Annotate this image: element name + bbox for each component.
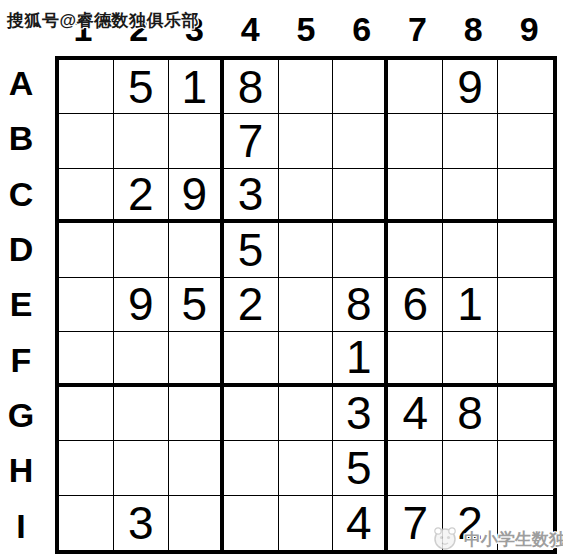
- cell-H8[interactable]: [443, 441, 498, 495]
- cell-H1[interactable]: [59, 441, 114, 495]
- cell-B3[interactable]: [169, 114, 224, 168]
- cell-B2[interactable]: [114, 114, 169, 168]
- row-label-C: C: [0, 167, 42, 222]
- cell-B5[interactable]: [279, 114, 334, 168]
- cell-I6[interactable]: 4: [333, 496, 388, 550]
- cell-A4[interactable]: 8: [224, 60, 279, 114]
- row-label-A: A: [0, 56, 42, 111]
- cell-H9[interactable]: [498, 441, 553, 495]
- cell-F9[interactable]: [498, 332, 553, 386]
- cell-A5[interactable]: [279, 60, 334, 114]
- cell-C4[interactable]: 3: [224, 169, 279, 223]
- cell-A6[interactable]: [333, 60, 388, 114]
- cell-H4[interactable]: [224, 441, 279, 495]
- cell-H6[interactable]: 5: [333, 441, 388, 495]
- cell-E5[interactable]: [279, 278, 334, 332]
- cell-C5[interactable]: [279, 169, 334, 223]
- cell-C6[interactable]: [333, 169, 388, 223]
- cell-E6[interactable]: 8: [333, 278, 388, 332]
- cell-C1[interactable]: [59, 169, 114, 223]
- cell-G8[interactable]: 8: [443, 387, 498, 441]
- cell-B8[interactable]: [443, 114, 498, 168]
- cell-B1[interactable]: [59, 114, 114, 168]
- cell-E4[interactable]: 2: [224, 278, 279, 332]
- cell-E3[interactable]: 5: [169, 278, 224, 332]
- cell-A9[interactable]: [498, 60, 553, 114]
- cell-B4[interactable]: 7: [224, 114, 279, 168]
- cell-D3[interactable]: [169, 223, 224, 277]
- cell-D4[interactable]: 5: [224, 223, 279, 277]
- cell-D6[interactable]: [333, 223, 388, 277]
- cell-F1[interactable]: [59, 332, 114, 386]
- watermark-bottom: 中小学生数独: [464, 528, 563, 551]
- row-label-D: D: [0, 222, 42, 277]
- cell-D9[interactable]: [498, 223, 553, 277]
- cell-F6[interactable]: 1: [333, 332, 388, 386]
- column-header-5: 5: [278, 0, 334, 53]
- cell-A2[interactable]: 5: [114, 60, 169, 114]
- cell-F2[interactable]: [114, 332, 169, 386]
- cell-H5[interactable]: [279, 441, 334, 495]
- cell-I1[interactable]: [59, 496, 114, 550]
- row-labels: ABCDEFGHI: [0, 56, 42, 554]
- cell-I4[interactable]: [224, 496, 279, 550]
- row-label-F: F: [0, 333, 42, 388]
- cell-D2[interactable]: [114, 223, 169, 277]
- row-label-B: B: [0, 111, 42, 166]
- cell-F7[interactable]: [388, 332, 443, 386]
- cell-G9[interactable]: [498, 387, 553, 441]
- cell-G2[interactable]: [114, 387, 169, 441]
- cell-A3[interactable]: 1: [169, 60, 224, 114]
- cell-D5[interactable]: [279, 223, 334, 277]
- watermark-top: 搜狐号@睿德数独俱乐部: [7, 9, 199, 32]
- row-label-E: E: [0, 277, 42, 332]
- cell-E1[interactable]: [59, 278, 114, 332]
- cell-I5[interactable]: [279, 496, 334, 550]
- column-header-8: 8: [445, 0, 501, 53]
- cell-I3[interactable]: [169, 496, 224, 550]
- cell-G5[interactable]: [279, 387, 334, 441]
- sudoku-board: 518972935952861134853472: [55, 56, 557, 554]
- cell-B9[interactable]: [498, 114, 553, 168]
- cell-G3[interactable]: [169, 387, 224, 441]
- cell-C2[interactable]: 2: [114, 169, 169, 223]
- cell-D1[interactable]: [59, 223, 114, 277]
- row-label-H: H: [0, 443, 42, 498]
- cell-I2[interactable]: 3: [114, 496, 169, 550]
- row-label-G: G: [0, 388, 42, 443]
- column-header-9: 9: [501, 0, 557, 53]
- cell-G6[interactable]: 3: [333, 387, 388, 441]
- cell-A7[interactable]: [388, 60, 443, 114]
- cell-C8[interactable]: [443, 169, 498, 223]
- cell-F3[interactable]: [169, 332, 224, 386]
- cell-B7[interactable]: [388, 114, 443, 168]
- cell-F8[interactable]: [443, 332, 498, 386]
- cell-E7[interactable]: 6: [388, 278, 443, 332]
- cell-A8[interactable]: 9: [443, 60, 498, 114]
- cell-D7[interactable]: [388, 223, 443, 277]
- watermark-logo-icon: [431, 524, 459, 552]
- cell-H2[interactable]: [114, 441, 169, 495]
- cell-E8[interactable]: 1: [443, 278, 498, 332]
- column-header-6: 6: [334, 0, 390, 53]
- cell-H3[interactable]: [169, 441, 224, 495]
- cell-G4[interactable]: [224, 387, 279, 441]
- row-label-I: I: [0, 499, 42, 554]
- cell-F4[interactable]: [224, 332, 279, 386]
- cell-C9[interactable]: [498, 169, 553, 223]
- column-header-7: 7: [390, 0, 446, 53]
- cell-H7[interactable]: [388, 441, 443, 495]
- cell-F5[interactable]: [279, 332, 334, 386]
- cell-E9[interactable]: [498, 278, 553, 332]
- cell-A1[interactable]: [59, 60, 114, 114]
- cell-D8[interactable]: [443, 223, 498, 277]
- cell-G1[interactable]: [59, 387, 114, 441]
- sudoku-page: 搜狐号@睿德数独俱乐部 123456789 ABCDEFGHI 51897293…: [0, 0, 563, 559]
- column-header-4: 4: [222, 0, 278, 53]
- cell-E2[interactable]: 9: [114, 278, 169, 332]
- cell-G7[interactable]: 4: [388, 387, 443, 441]
- cell-B6[interactable]: [333, 114, 388, 168]
- cell-C7[interactable]: [388, 169, 443, 223]
- cell-C3[interactable]: 9: [169, 169, 224, 223]
